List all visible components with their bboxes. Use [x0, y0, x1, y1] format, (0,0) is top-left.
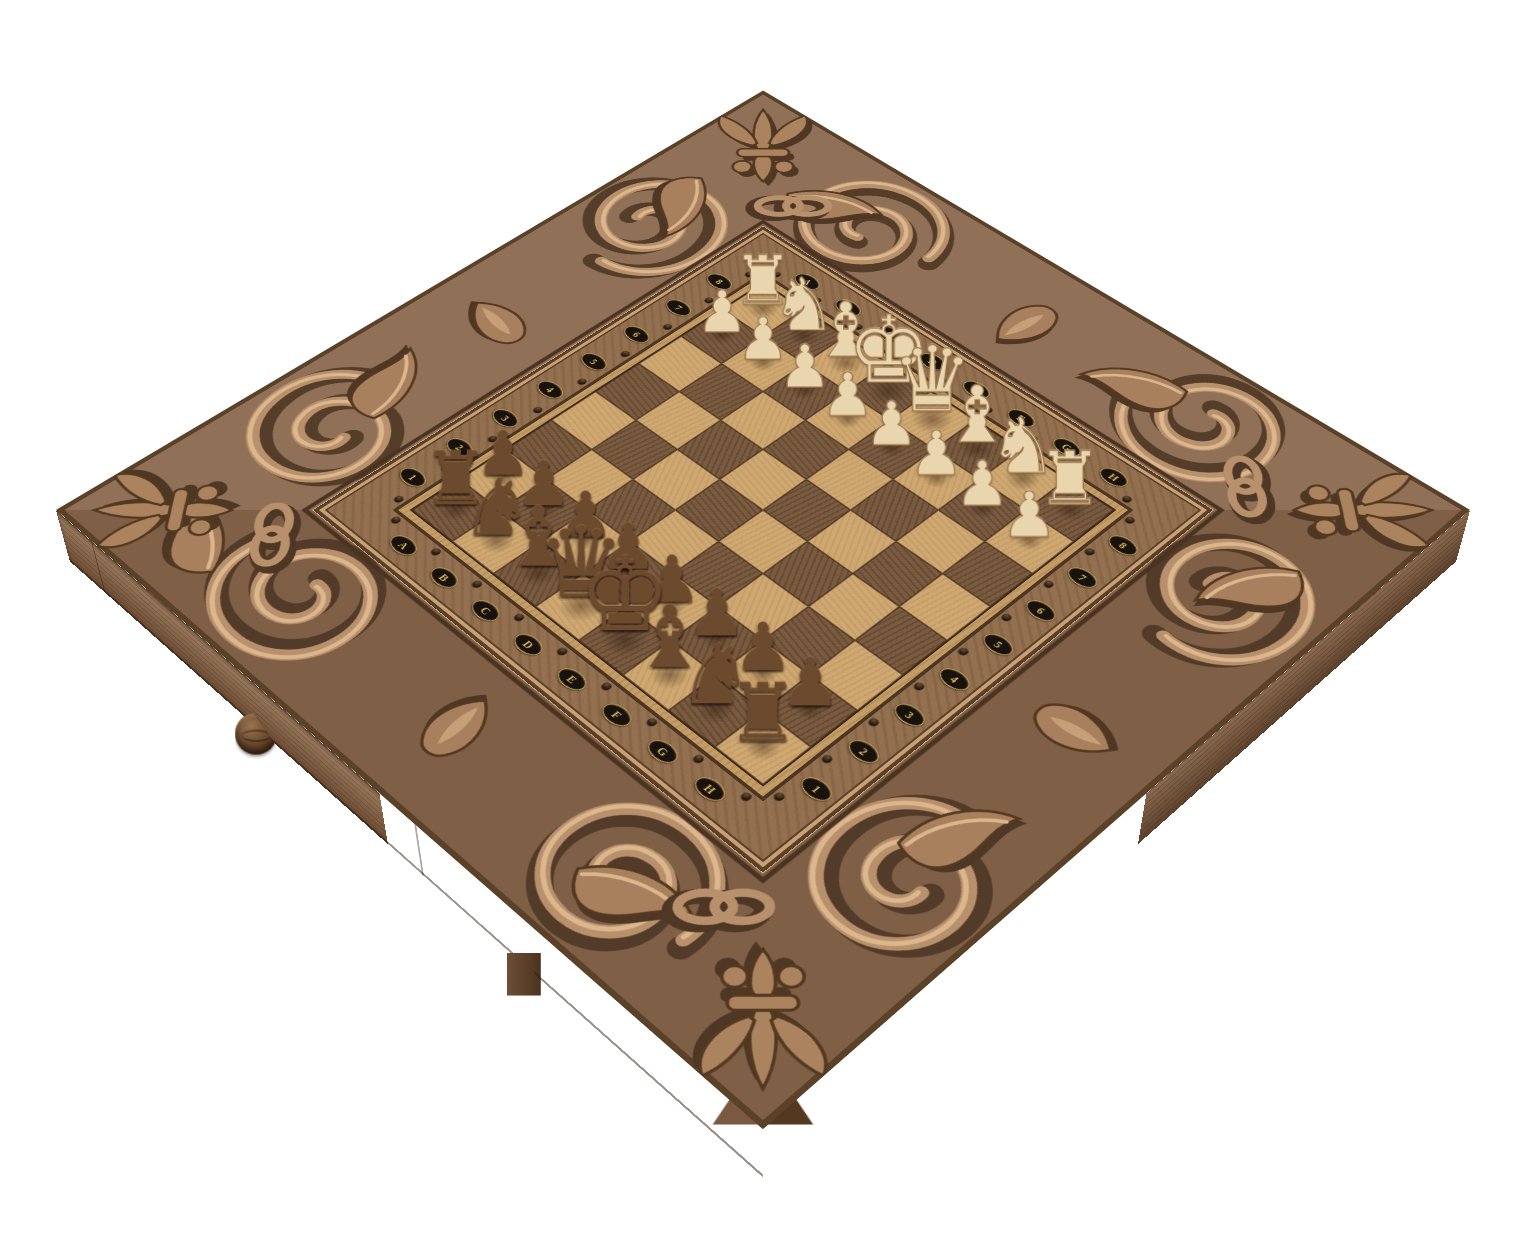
rank-plaque: 1: [796, 773, 838, 806]
chain-link-ornament: [1225, 459, 1270, 519]
nail-tack-icon: [619, 350, 631, 358]
rank-plaque: 5: [577, 350, 612, 374]
nail-tack-icon: [957, 646, 970, 656]
nail-tack-icon: [556, 646, 569, 656]
rank-plaque: 5: [978, 630, 1018, 659]
nail-tack-icon: [393, 495, 406, 504]
photo-stage: AABBCCDDEEFFGGHH1122334455667788 ♜♞♝♚♛♝♞…: [0, 0, 1527, 1240]
perspective-wrapper: AABBCCDDEEFFGGHH1122334455667788 ♜♞♝♚♛♝♞…: [0, 0, 1527, 1240]
nail-tack-icon: [1121, 495, 1134, 504]
carved-chess-box: AABBCCDDEEFFGGHH1122334455667788 ♜♞♝♚♛♝♞…: [56, 90, 1470, 1129]
rank-plaque: 6: [619, 323, 654, 346]
rank-plaque: 7: [1063, 564, 1102, 592]
rank-plaque: 2: [843, 736, 884, 768]
nail-tack-icon: [772, 791, 786, 802]
file-plaque: D: [509, 630, 548, 659]
file-plaque: F: [597, 699, 637, 730]
rank-plaque: 7: [661, 296, 695, 319]
nail-tack-icon: [739, 791, 753, 802]
pawn-glyph: ♟: [1001, 484, 1057, 547]
rook-glyph: ♜: [727, 672, 799, 753]
nail-tack-icon: [576, 378, 588, 386]
